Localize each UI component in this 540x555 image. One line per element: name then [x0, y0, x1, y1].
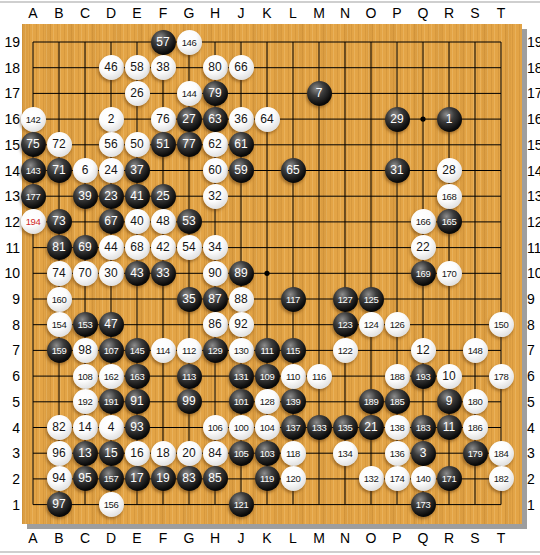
row-label-left-18: 18 [0, 60, 20, 76]
col-label-bottom-P: P [386, 530, 408, 546]
stone-G15-move-77: 77 [177, 132, 202, 157]
row-label-right-17: 17 [527, 85, 540, 101]
stone-D14-move-24: 24 [99, 158, 124, 183]
col-label-bottom-S: S [464, 530, 486, 546]
stone-E5-move-91: 91 [125, 389, 150, 414]
row-label-right-2: 2 [527, 471, 540, 487]
stone-F15-move-51: 51 [151, 132, 176, 157]
stone-A13-move-177: 177 [21, 184, 46, 209]
stone-J18-move-66: 66 [229, 55, 254, 80]
stone-B14-move-71: 71 [47, 158, 72, 183]
stone-G2-move-83: 83 [177, 466, 202, 491]
col-label-top-S: S [464, 5, 486, 21]
stone-D16-move-2: 2 [99, 107, 124, 132]
stone-S7-move-148: 148 [463, 338, 488, 363]
row-label-left-6: 6 [0, 368, 20, 384]
stone-S3-move-179: 179 [463, 441, 488, 466]
col-label-top-P: P [386, 5, 408, 21]
stone-M6-move-116: 116 [307, 364, 332, 389]
stone-F3-move-18: 18 [151, 441, 176, 466]
stone-O5-move-189: 189 [359, 389, 384, 414]
col-label-bottom-M: M [308, 530, 330, 546]
stone-A14-move-143: 143 [21, 158, 46, 183]
stone-D2-move-157: 157 [99, 466, 124, 491]
row-label-right-14: 14 [527, 163, 540, 179]
row-label-right-18: 18 [527, 60, 540, 76]
stone-H9-move-87: 87 [203, 287, 228, 312]
stone-D15-move-56: 56 [99, 132, 124, 157]
stone-G12-move-53: 53 [177, 209, 202, 234]
row-label-right-16: 16 [527, 111, 540, 127]
stone-H13-move-32: 32 [203, 184, 228, 209]
col-label-top-L: L [282, 5, 304, 21]
stone-J10-move-89: 89 [229, 261, 254, 286]
stone-E2-move-17: 17 [125, 466, 150, 491]
stone-G7-move-112: 112 [177, 338, 202, 363]
col-label-bottom-N: N [334, 530, 356, 546]
col-label-bottom-D: D [100, 530, 122, 546]
stone-L7-move-115: 115 [281, 338, 306, 363]
stone-K7-move-111: 111 [255, 338, 280, 363]
stone-T8-move-150: 150 [489, 312, 514, 337]
col-label-bottom-B: B [48, 530, 70, 546]
stone-H7-move-129: 129 [203, 338, 228, 363]
stone-F2-move-19: 19 [151, 466, 176, 491]
stone-L5-move-139: 139 [281, 389, 306, 414]
go-board[interactable]: 5714646583880662614479714227627633664291… [22, 24, 522, 524]
stone-K5-move-128: 128 [255, 389, 280, 414]
stone-Q10-move-169: 169 [411, 261, 436, 286]
stone-H17-move-79: 79 [203, 81, 228, 106]
stone-C14-move-6: 6 [73, 158, 98, 183]
stone-C11-move-69: 69 [73, 235, 98, 260]
stone-S5-move-180: 180 [463, 389, 488, 414]
stone-A16-move-142: 142 [21, 107, 46, 132]
col-label-bottom-R: R [438, 530, 460, 546]
row-label-left-17: 17 [0, 85, 20, 101]
stone-M4-move-133: 133 [307, 415, 332, 440]
col-label-bottom-T: T [490, 530, 512, 546]
col-label-top-J: J [230, 5, 252, 21]
stone-T6-move-178: 178 [489, 364, 514, 389]
row-label-left-4: 4 [0, 420, 20, 436]
window-divider-bottom [0, 551, 540, 553]
row-label-right-11: 11 [527, 240, 540, 256]
col-label-top-T: T [490, 5, 512, 21]
stone-F18-move-38: 38 [151, 55, 176, 80]
stone-P6-move-188: 188 [385, 364, 410, 389]
stone-K16-move-64: 64 [255, 107, 280, 132]
stone-Q3-move-3: 3 [411, 441, 436, 466]
row-label-right-5: 5 [527, 394, 540, 410]
stone-L9-move-117: 117 [281, 287, 306, 312]
stone-L2-move-120: 120 [281, 466, 306, 491]
window-divider-top [0, 1, 540, 3]
stone-E10-move-43: 43 [125, 261, 150, 286]
stone-N7-move-122: 122 [333, 338, 358, 363]
stone-N8-move-123: 123 [333, 312, 358, 337]
stone-Q11-move-22: 22 [411, 235, 436, 260]
stone-P4-move-138: 138 [385, 415, 410, 440]
stone-C4-move-14: 14 [73, 415, 98, 440]
stone-B11-move-81: 81 [47, 235, 72, 260]
stone-P3-move-136: 136 [385, 441, 410, 466]
stone-L14-move-65: 65 [281, 158, 306, 183]
stone-Q7-move-12: 12 [411, 338, 436, 363]
row-label-left-3: 3 [0, 445, 20, 461]
stone-J5-move-101: 101 [229, 389, 254, 414]
row-label-right-19: 19 [527, 34, 540, 50]
stone-D18-move-46: 46 [99, 55, 124, 80]
stone-B9-move-160: 160 [47, 287, 72, 312]
col-label-bottom-O: O [360, 530, 382, 546]
stone-O8-move-124: 124 [359, 312, 384, 337]
stone-P5-move-185: 185 [385, 389, 410, 414]
stone-Q6-move-193: 193 [411, 364, 436, 389]
row-label-left-12: 12 [0, 214, 20, 230]
stone-G9-move-35: 35 [177, 287, 202, 312]
stone-J8-move-92: 92 [229, 312, 254, 337]
col-label-top-O: O [360, 5, 382, 21]
col-label-top-D: D [100, 5, 122, 21]
stone-J15-move-61: 61 [229, 132, 254, 157]
col-label-top-B: B [48, 5, 70, 21]
stone-N9-move-127: 127 [333, 287, 358, 312]
col-label-top-M: M [308, 5, 330, 21]
row-label-right-12: 12 [527, 214, 540, 230]
stone-R12-move-165: 165 [437, 209, 462, 234]
stone-B15-move-72: 72 [47, 132, 72, 157]
stone-H15-move-62: 62 [203, 132, 228, 157]
stone-D8-move-47: 47 [99, 312, 124, 337]
stone-H3-move-84: 84 [203, 441, 228, 466]
stone-H2-move-85: 85 [203, 466, 228, 491]
row-label-right-7: 7 [527, 342, 540, 358]
row-label-left-9: 9 [0, 291, 20, 307]
stone-S4-move-186: 186 [463, 415, 488, 440]
stone-D1-move-156: 156 [99, 492, 124, 517]
stone-R6-move-10: 10 [437, 364, 462, 389]
row-label-left-8: 8 [0, 317, 20, 333]
stone-C13-move-39: 39 [73, 184, 98, 209]
stone-D4-move-4: 4 [99, 415, 124, 440]
row-label-left-2: 2 [0, 471, 20, 487]
stone-D13-move-23: 23 [99, 184, 124, 209]
stone-O9-move-125: 125 [359, 287, 384, 312]
stone-C3-move-13: 13 [73, 441, 98, 466]
col-label-bottom-G: G [178, 530, 200, 546]
row-label-right-15: 15 [527, 137, 540, 153]
col-label-top-G: G [178, 5, 200, 21]
stone-H10-move-90: 90 [203, 261, 228, 286]
stone-E15-move-50: 50 [125, 132, 150, 157]
stone-F16-move-76: 76 [151, 107, 176, 132]
stone-D6-move-162: 162 [99, 364, 124, 389]
row-label-left-19: 19 [0, 34, 20, 50]
row-label-left-11: 11 [0, 240, 20, 256]
stone-N3-move-134: 134 [333, 441, 358, 466]
stone-C7-move-98: 98 [73, 338, 98, 363]
stone-C10-move-70: 70 [73, 261, 98, 286]
stone-F13-move-25: 25 [151, 184, 176, 209]
stone-J4-move-100: 100 [229, 415, 254, 440]
col-label-bottom-K: K [256, 530, 278, 546]
row-label-left-15: 15 [0, 137, 20, 153]
stone-G16-move-27: 27 [177, 107, 202, 132]
stone-E4-move-93: 93 [125, 415, 150, 440]
stone-D10-move-30: 30 [99, 261, 124, 286]
stone-J6-move-131: 131 [229, 364, 254, 389]
stone-R14-move-28: 28 [437, 158, 462, 183]
stone-H4-move-106: 106 [203, 415, 228, 440]
stone-F19-move-57: 57 [151, 30, 176, 55]
stone-N4-move-135: 135 [333, 415, 358, 440]
stone-J1-move-121: 121 [229, 492, 254, 517]
row-label-right-4: 4 [527, 420, 540, 436]
stone-J9-move-88: 88 [229, 287, 254, 312]
stone-G3-move-20: 20 [177, 441, 202, 466]
stone-C8-move-153: 153 [73, 312, 98, 337]
stone-C2-move-95: 95 [73, 466, 98, 491]
stone-B8-move-154: 154 [47, 312, 72, 337]
stone-L4-move-137: 137 [281, 415, 306, 440]
row-label-left-13: 13 [0, 188, 20, 204]
stone-B1-move-97: 97 [47, 492, 72, 517]
stone-B12-move-73: 73 [47, 209, 72, 234]
stone-P16-move-29: 29 [385, 107, 410, 132]
col-label-top-K: K [256, 5, 278, 21]
row-label-right-3: 3 [527, 445, 540, 461]
stone-J7-move-130: 130 [229, 338, 254, 363]
stone-E18-move-58: 58 [125, 55, 150, 80]
stone-R16-move-1: 1 [437, 107, 462, 132]
stone-H18-move-80: 80 [203, 55, 228, 80]
stone-B10-move-74: 74 [47, 261, 72, 286]
stone-R2-move-171: 171 [437, 466, 462, 491]
stone-Q2-move-140: 140 [411, 466, 436, 491]
stone-H14-move-60: 60 [203, 158, 228, 183]
stone-J14-move-59: 59 [229, 158, 254, 183]
row-label-left-16: 16 [0, 111, 20, 127]
col-label-top-Q: Q [412, 5, 434, 21]
stone-Q1-move-173: 173 [411, 492, 436, 517]
stone-R4-move-11: 11 [437, 415, 462, 440]
stone-L3-move-118: 118 [281, 441, 306, 466]
stone-D7-move-107: 107 [99, 338, 124, 363]
stone-A15-move-75: 75 [21, 132, 46, 157]
col-label-bottom-L: L [282, 530, 304, 546]
stone-B4-move-82: 82 [47, 415, 72, 440]
col-label-bottom-F: F [152, 530, 174, 546]
stone-P14-move-31: 31 [385, 158, 410, 183]
stone-D3-move-15: 15 [99, 441, 124, 466]
stone-F11-move-42: 42 [151, 235, 176, 260]
col-label-bottom-Q: Q [412, 530, 434, 546]
stone-P2-move-174: 174 [385, 466, 410, 491]
stone-B3-move-96: 96 [47, 441, 72, 466]
stone-F7-move-114: 114 [151, 338, 176, 363]
stone-C5-move-192: 192 [73, 389, 98, 414]
stone-G19-move-146: 146 [177, 30, 202, 55]
stone-T3-move-184: 184 [489, 441, 514, 466]
col-label-bottom-H: H [204, 530, 226, 546]
row-label-left-7: 7 [0, 342, 20, 358]
stone-J3-move-105: 105 [229, 441, 254, 466]
stone-M17-move-7: 7 [307, 81, 332, 106]
col-label-top-H: H [204, 5, 226, 21]
row-label-left-10: 10 [0, 265, 20, 281]
star-point-K10 [264, 271, 269, 276]
col-label-bottom-E: E [126, 530, 148, 546]
stone-K2-move-119: 119 [255, 466, 280, 491]
stone-G17-move-144: 144 [177, 81, 202, 106]
stone-F12-move-48: 48 [151, 209, 176, 234]
stone-T2-move-182: 182 [489, 466, 514, 491]
stone-K4-move-104: 104 [255, 415, 280, 440]
row-label-right-8: 8 [527, 317, 540, 333]
stone-K3-move-103: 103 [255, 441, 280, 466]
stone-D11-move-44: 44 [99, 235, 124, 260]
stone-G5-move-99: 99 [177, 389, 202, 414]
stone-R13-move-168: 168 [437, 184, 462, 209]
stone-E3-move-16: 16 [125, 441, 150, 466]
stone-C6-move-108: 108 [73, 364, 98, 389]
stone-E12-move-40: 40 [125, 209, 150, 234]
stone-E11-move-68: 68 [125, 235, 150, 260]
row-label-right-13: 13 [527, 188, 540, 204]
row-label-right-9: 9 [527, 291, 540, 307]
col-label-top-R: R [438, 5, 460, 21]
col-label-bottom-A: A [22, 530, 44, 546]
stone-L6-move-110: 110 [281, 364, 306, 389]
stone-E7-move-145: 145 [125, 338, 150, 363]
row-label-left-14: 14 [0, 163, 20, 179]
stone-E13-move-41: 41 [125, 184, 150, 209]
row-label-right-1: 1 [527, 497, 540, 513]
row-label-left-5: 5 [0, 394, 20, 410]
stone-H16-move-63: 63 [203, 107, 228, 132]
stone-J16-move-36: 36 [229, 107, 254, 132]
stone-E14-move-37: 37 [125, 158, 150, 183]
col-label-top-F: F [152, 5, 174, 21]
stone-R5-move-9: 9 [437, 389, 462, 414]
stone-G6-move-113: 113 [177, 364, 202, 389]
stone-Q4-move-183: 183 [411, 415, 436, 440]
star-point-Q16 [420, 117, 425, 122]
stone-F10-move-33: 33 [151, 261, 176, 286]
col-label-top-N: N [334, 5, 356, 21]
col-label-top-C: C [74, 5, 96, 21]
stone-Q12-move-166: 166 [411, 209, 436, 234]
row-label-left-1: 1 [0, 497, 20, 513]
stone-B7-move-159: 159 [47, 338, 72, 363]
col-label-bottom-C: C [74, 530, 96, 546]
stone-D5-move-191: 191 [99, 389, 124, 414]
stone-G11-move-54: 54 [177, 235, 202, 260]
stone-O4-move-21: 21 [359, 415, 384, 440]
row-label-right-6: 6 [527, 368, 540, 384]
stone-E17-move-26: 26 [125, 81, 150, 106]
row-label-right-10: 10 [527, 265, 540, 281]
stone-K6-move-109: 109 [255, 364, 280, 389]
col-label-bottom-J: J [230, 530, 252, 546]
stone-R10-move-170: 170 [437, 261, 462, 286]
col-label-top-E: E [126, 5, 148, 21]
stone-H11-move-34: 34 [203, 235, 228, 260]
stone-O2-move-132: 132 [359, 466, 384, 491]
stone-A12-move-194: 194 [21, 209, 46, 234]
stone-H8-move-86: 86 [203, 312, 228, 337]
stone-D12-move-67: 67 [99, 209, 124, 234]
stone-E6-move-163: 163 [125, 364, 150, 389]
stone-P8-move-126: 126 [385, 312, 410, 337]
col-label-top-A: A [22, 5, 44, 21]
stone-B2-move-94: 94 [47, 466, 72, 491]
